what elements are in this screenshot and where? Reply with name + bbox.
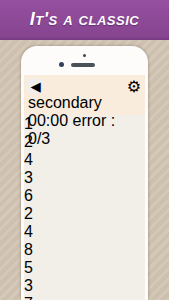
cell-r4c3[interactable]: 8 — [24, 241, 145, 259]
screenshot-frame: It's a classic ◀ ⚙ secondary 00:00 error… — [0, 0, 169, 300]
camera-icon — [59, 62, 64, 67]
cell-r3c2[interactable]: 3 — [24, 169, 145, 187]
cell-r3c7[interactable]: 6 — [24, 187, 145, 205]
difficulty-label: secondary — [28, 94, 102, 111]
app-screen: ◀ ⚙ secondary 00:00 error : 0/3 12436248… — [24, 75, 145, 300]
sensor-dot — [83, 54, 86, 57]
settings-gear-icon[interactable]: ⚙ — [127, 77, 141, 96]
back-arrow-icon: ◀ — [30, 79, 40, 94]
timer: 00:00 — [28, 112, 68, 129]
cell-r4c5[interactable]: 3 — [24, 277, 145, 295]
banner-title: It's a classic — [30, 9, 139, 30]
speaker-slot — [71, 63, 95, 67]
cell-r4c2[interactable]: 4 — [24, 223, 145, 241]
back-button[interactable]: ◀ — [28, 79, 43, 93]
phone-mockup: ◀ ⚙ secondary 00:00 error : 0/3 12436248… — [21, 46, 148, 300]
app-header: ◀ ⚙ secondary 00:00 error : 0/3 — [24, 75, 145, 115]
cell-r4c1[interactable]: 2 — [24, 205, 145, 223]
banner: It's a classic — [0, 0, 169, 40]
cell-r2c5[interactable]: 4 — [24, 151, 145, 169]
cell-r4c6[interactable]: 7 — [24, 295, 145, 300]
cell-r4c4[interactable]: 5 — [24, 259, 145, 277]
header-top-row: ◀ ⚙ — [28, 78, 141, 94]
